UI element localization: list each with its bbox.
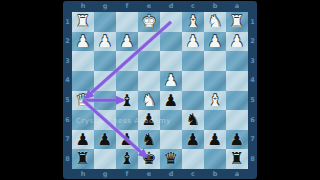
- white-q-piece-h5: ♛: [76, 90, 91, 110]
- black-q-piece-d8: ♛: [164, 149, 179, 169]
- square-b1: ♞: [204, 12, 226, 32]
- black-p-piece-a7: ♟: [230, 129, 245, 149]
- rank-label-8: 8: [248, 149, 257, 169]
- square-d4: ♟: [160, 71, 182, 91]
- square-c8: [182, 149, 204, 169]
- square-a8: ♜: [226, 149, 248, 169]
- square-e7: ♞: [138, 130, 160, 150]
- rank-label-7: 7: [248, 130, 257, 150]
- square-f8: ♝: [116, 149, 138, 169]
- square-b8: [204, 149, 226, 169]
- black-p-piece-d5: ♟: [164, 90, 179, 110]
- file-label-e: e: [138, 2, 160, 12]
- black-p-piece-c7: ♟: [186, 129, 201, 149]
- square-e6: ♟: [138, 110, 160, 130]
- square-c1: ♝: [182, 12, 204, 32]
- rank-label-2: 2: [63, 32, 72, 52]
- white-p-piece-f2: ♟: [120, 31, 135, 51]
- black-k-piece-e8: ♚: [142, 149, 157, 169]
- square-h7: ♟: [72, 130, 94, 150]
- white-r-piece-h1: ♜: [76, 12, 91, 32]
- black-p-piece-h7: ♟: [76, 129, 91, 149]
- black-p-piece-e6: ♟: [142, 110, 157, 130]
- black-p-piece-f7: ♟: [120, 129, 135, 149]
- square-f5: ♝: [116, 91, 138, 111]
- square-b2: ♟: [204, 32, 226, 52]
- white-n-piece-e5: ♞: [142, 90, 157, 110]
- file-label-c: c: [182, 2, 204, 12]
- square-h3: [72, 51, 94, 71]
- file-label-b: b: [204, 2, 226, 12]
- rank-labels-right: 12345678: [248, 12, 257, 169]
- square-d6: [160, 110, 182, 130]
- file-label-g: g: [94, 2, 116, 12]
- white-p-piece-h2: ♟: [76, 31, 91, 51]
- file-label-f: f: [116, 170, 138, 180]
- black-r-piece-h8: ♜: [76, 149, 91, 169]
- white-n-piece-b1: ♞: [208, 12, 223, 32]
- square-a2: ♟: [226, 32, 248, 52]
- square-c6: ♞: [182, 110, 204, 130]
- black-b-piece-f8: ♝: [120, 149, 135, 169]
- file-label-b: b: [204, 170, 226, 180]
- rank-label-5: 5: [63, 91, 72, 111]
- square-f6: [116, 110, 138, 130]
- square-c3: [182, 51, 204, 71]
- square-a1: ♜: [226, 12, 248, 32]
- rank-label-4: 4: [63, 71, 72, 91]
- square-g7: ♟: [94, 130, 116, 150]
- white-k-piece-e1: ♚: [142, 12, 157, 32]
- white-p-piece-d4: ♟: [164, 70, 179, 90]
- rank-label-2: 2: [248, 32, 257, 52]
- square-d1: [160, 12, 182, 32]
- square-c2: ♟: [182, 32, 204, 52]
- square-b5: ♝: [204, 91, 226, 111]
- chess-board-frame: hgfedcba 12345678 12345678 hgfedcba ♜♚♝♞…: [63, 1, 257, 179]
- file-label-a: a: [226, 170, 248, 180]
- square-h1: ♜: [72, 12, 94, 32]
- square-b4: [204, 71, 226, 91]
- square-g2: ♟: [94, 32, 116, 52]
- square-e5: ♞: [138, 91, 160, 111]
- file-label-h: h: [72, 170, 94, 180]
- square-d2: [160, 32, 182, 52]
- chess-board: ♜♚♝♞♜♟♟♟♟♟♟♟♛♝♞♟♝♟♞♟♟♟♞♟♟♟♜♝♚♛♜: [72, 12, 248, 169]
- white-p-piece-b2: ♟: [208, 31, 223, 51]
- file-labels-top: hgfedcba: [72, 2, 248, 12]
- square-a7: ♟: [226, 130, 248, 150]
- square-g8: [94, 149, 116, 169]
- rank-labels-left: 12345678: [63, 12, 72, 169]
- square-h5: ♛: [72, 91, 94, 111]
- square-e2: [138, 32, 160, 52]
- file-label-d: d: [160, 2, 182, 12]
- square-g6: [94, 110, 116, 130]
- video-frame: { "game": "chess", "board": { "orientati…: [0, 0, 320, 180]
- rank-label-3: 3: [63, 51, 72, 71]
- square-b7: ♟: [204, 130, 226, 150]
- black-n-piece-c6: ♞: [186, 110, 201, 130]
- square-h4: [72, 71, 94, 91]
- black-p-piece-g7: ♟: [98, 129, 113, 149]
- square-a5: [226, 91, 248, 111]
- white-p-piece-g2: ♟: [98, 31, 113, 51]
- white-b-piece-c1: ♝: [186, 12, 201, 32]
- square-h2: ♟: [72, 32, 94, 52]
- square-a6: [226, 110, 248, 130]
- rank-label-6: 6: [248, 110, 257, 130]
- square-f3: [116, 51, 138, 71]
- file-labels-bottom: hgfedcba: [72, 170, 248, 180]
- square-a3: [226, 51, 248, 71]
- white-p-piece-c2: ♟: [186, 31, 201, 51]
- rank-label-4: 4: [248, 71, 257, 91]
- rank-label-7: 7: [63, 130, 72, 150]
- square-g1: [94, 12, 116, 32]
- square-d5: ♟: [160, 91, 182, 111]
- square-g4: [94, 71, 116, 91]
- file-label-d: d: [160, 170, 182, 180]
- file-label-e: e: [138, 170, 160, 180]
- black-n-piece-e7: ♞: [142, 129, 157, 149]
- square-e4: [138, 71, 160, 91]
- rank-label-8: 8: [63, 149, 72, 169]
- square-b6: [204, 110, 226, 130]
- file-label-c: c: [182, 170, 204, 180]
- rank-label-6: 6: [63, 110, 72, 130]
- file-label-a: a: [226, 2, 248, 12]
- rank-label-1: 1: [63, 12, 72, 32]
- file-label-g: g: [94, 170, 116, 180]
- square-d3: [160, 51, 182, 71]
- black-p-piece-b7: ♟: [208, 129, 223, 149]
- rank-label-1: 1: [248, 12, 257, 32]
- square-e3: [138, 51, 160, 71]
- square-c4: [182, 71, 204, 91]
- square-f1: [116, 12, 138, 32]
- white-b-piece-b5: ♝: [208, 90, 223, 110]
- square-c7: ♟: [182, 130, 204, 150]
- rank-label-3: 3: [248, 51, 257, 71]
- square-e8: ♚: [138, 149, 160, 169]
- file-label-f: f: [116, 2, 138, 12]
- square-e1: ♚: [138, 12, 160, 32]
- square-f4: [116, 71, 138, 91]
- black-b-piece-f5: ♝: [120, 90, 135, 110]
- white-r-piece-a1: ♜: [230, 12, 245, 32]
- square-b3: [204, 51, 226, 71]
- square-c5: [182, 91, 204, 111]
- square-d8: ♛: [160, 149, 182, 169]
- square-d7: [160, 130, 182, 150]
- file-label-h: h: [72, 2, 94, 12]
- black-r-piece-a8: ♜: [230, 149, 245, 169]
- square-g3: [94, 51, 116, 71]
- square-h6: [72, 110, 94, 130]
- square-h8: ♜: [72, 149, 94, 169]
- rank-label-5: 5: [248, 91, 257, 111]
- square-a4: [226, 71, 248, 91]
- square-g5: [94, 91, 116, 111]
- white-p-piece-a2: ♟: [230, 31, 245, 51]
- square-f2: ♟: [116, 32, 138, 52]
- square-f7: ♟: [116, 130, 138, 150]
